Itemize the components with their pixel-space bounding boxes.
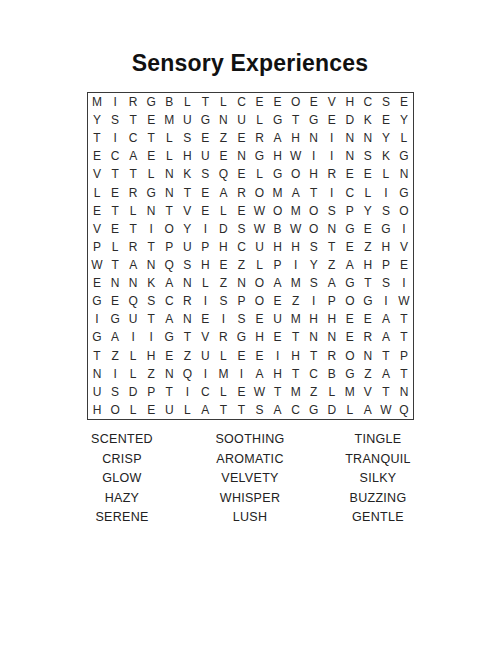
- grid-cell-r17c7[interactable]: C: [196, 383, 214, 401]
- grid-cell-r15c1[interactable]: T: [88, 347, 106, 365]
- grid-cell-r10c12[interactable]: I: [287, 256, 305, 274]
- grid-cell-r4c9[interactable]: N: [232, 147, 250, 165]
- grid-cell-r3c15[interactable]: N: [341, 129, 359, 147]
- grid-cell-r1c17[interactable]: S: [377, 93, 395, 111]
- grid-cell-r15c3[interactable]: L: [124, 347, 142, 365]
- grid-cell-r13c10[interactable]: E: [250, 310, 268, 328]
- grid-cell-r3c10[interactable]: R: [250, 129, 268, 147]
- grid-cell-r12c11[interactable]: E: [269, 292, 287, 310]
- grid-cell-r8c13[interactable]: O: [305, 220, 323, 238]
- grid-cell-r1c2[interactable]: I: [106, 93, 124, 111]
- grid-cell-r16c6[interactable]: Q: [178, 365, 196, 383]
- grid-cell-r4c6[interactable]: H: [178, 147, 196, 165]
- grid-cell-r4c12[interactable]: W: [287, 147, 305, 165]
- grid-cell-r4c16[interactable]: S: [359, 147, 377, 165]
- grid-cell-r15c17[interactable]: T: [377, 347, 395, 365]
- grid-cell-r8c11[interactable]: B: [269, 220, 287, 238]
- grid-cell-r2c13[interactable]: G: [305, 111, 323, 129]
- grid-cell-r17c12[interactable]: M: [287, 383, 305, 401]
- grid-cell-r17c6[interactable]: I: [178, 383, 196, 401]
- grid-cell-r17c14[interactable]: L: [323, 383, 341, 401]
- grid-cell-r1c6[interactable]: L: [178, 93, 196, 111]
- grid-cell-r14c15[interactable]: E: [341, 328, 359, 346]
- grid-cell-r14c12[interactable]: T: [287, 328, 305, 346]
- grid-cell-r11c7[interactable]: L: [196, 274, 214, 292]
- grid-cell-r6c13[interactable]: T: [305, 184, 323, 202]
- grid-cell-r16c8[interactable]: M: [214, 365, 232, 383]
- grid-cell-r18c2[interactable]: O: [106, 401, 124, 419]
- grid-cell-r6c18[interactable]: G: [395, 184, 413, 202]
- grid-cell-r13c9[interactable]: S: [232, 310, 250, 328]
- grid-cell-r11c10[interactable]: O: [250, 274, 268, 292]
- grid-cell-r2c15[interactable]: D: [341, 111, 359, 129]
- grid-cell-r18c5[interactable]: U: [160, 401, 178, 419]
- grid-cell-r11c3[interactable]: N: [124, 274, 142, 292]
- grid-cell-r10c6[interactable]: S: [178, 256, 196, 274]
- grid-cell-r15c10[interactable]: E: [250, 347, 268, 365]
- grid-cell-r2c14[interactable]: E: [323, 111, 341, 129]
- grid-cell-r8c5[interactable]: O: [160, 220, 178, 238]
- grid-cell-r2c11[interactable]: G: [269, 111, 287, 129]
- grid-cell-r13c14[interactable]: H: [323, 310, 341, 328]
- grid-cell-r6c12[interactable]: A: [287, 184, 305, 202]
- grid-cell-r15c2[interactable]: Z: [106, 347, 124, 365]
- grid-cell-r12c4[interactable]: S: [142, 292, 160, 310]
- grid-cell-r3c18[interactable]: L: [395, 129, 413, 147]
- grid-cell-r13c8[interactable]: I: [214, 310, 232, 328]
- grid-cell-r13c2[interactable]: G: [106, 310, 124, 328]
- grid-cell-r11c4[interactable]: K: [142, 274, 160, 292]
- grid-cell-r5c12[interactable]: O: [287, 165, 305, 183]
- grid-cell-r2c6[interactable]: U: [178, 111, 196, 129]
- grid-cell-r4c13[interactable]: I: [305, 147, 323, 165]
- grid-cell-r1c7[interactable]: T: [196, 93, 214, 111]
- grid-cell-r2c3[interactable]: T: [124, 111, 142, 129]
- grid-cell-r6c7[interactable]: E: [196, 184, 214, 202]
- grid-cell-r1c5[interactable]: B: [160, 93, 178, 111]
- grid-cell-r3c1[interactable]: T: [88, 129, 106, 147]
- grid-cell-r5c6[interactable]: K: [178, 165, 196, 183]
- grid-cell-r17c5[interactable]: T: [160, 383, 178, 401]
- grid-cell-r12c14[interactable]: P: [323, 292, 341, 310]
- grid-cell-r14c6[interactable]: T: [178, 328, 196, 346]
- grid-cell-r18c15[interactable]: L: [341, 401, 359, 419]
- grid-cell-r8c17[interactable]: G: [377, 220, 395, 238]
- grid-cell-r9c2[interactable]: L: [106, 238, 124, 256]
- grid-cell-r17c2[interactable]: S: [106, 383, 124, 401]
- grid-cell-r17c11[interactable]: T: [269, 383, 287, 401]
- grid-cell-r8c10[interactable]: W: [250, 220, 268, 238]
- grid-cell-r3c12[interactable]: H: [287, 129, 305, 147]
- grid-cell-r16c11[interactable]: H: [269, 365, 287, 383]
- grid-cell-r11c1[interactable]: E: [88, 274, 106, 292]
- grid-cell-r9c7[interactable]: P: [196, 238, 214, 256]
- grid-cell-r10c7[interactable]: H: [196, 256, 214, 274]
- grid-cell-r16c16[interactable]: Z: [359, 365, 377, 383]
- grid-cell-r18c10[interactable]: S: [250, 401, 268, 419]
- grid-cell-r8c16[interactable]: E: [359, 220, 377, 238]
- grid-cell-r1c10[interactable]: E: [250, 93, 268, 111]
- grid-cell-r14c9[interactable]: G: [232, 328, 250, 346]
- grid-cell-r15c9[interactable]: E: [232, 347, 250, 365]
- grid-cell-r12c1[interactable]: G: [88, 292, 106, 310]
- grid-cell-r6c16[interactable]: L: [359, 184, 377, 202]
- grid-cell-r16c5[interactable]: N: [160, 365, 178, 383]
- grid-cell-r3c2[interactable]: I: [106, 129, 124, 147]
- grid-cell-r4c15[interactable]: N: [341, 147, 359, 165]
- grid-cell-r13c15[interactable]: E: [341, 310, 359, 328]
- grid-cell-r13c5[interactable]: A: [160, 310, 178, 328]
- grid-cell-r9c16[interactable]: Z: [359, 238, 377, 256]
- grid-cell-r17c17[interactable]: T: [377, 383, 395, 401]
- grid-cell-r13c11[interactable]: U: [269, 310, 287, 328]
- grid-cell-r17c9[interactable]: E: [232, 383, 250, 401]
- grid-cell-r3c11[interactable]: A: [269, 129, 287, 147]
- grid-cell-r4c18[interactable]: G: [395, 147, 413, 165]
- grid-cell-r11c12[interactable]: M: [287, 274, 305, 292]
- grid-cell-r3c6[interactable]: S: [178, 129, 196, 147]
- grid-cell-r7c4[interactable]: N: [142, 202, 160, 220]
- grid-cell-r9c3[interactable]: R: [124, 238, 142, 256]
- grid-cell-r6c3[interactable]: R: [124, 184, 142, 202]
- grid-cell-r3c14[interactable]: I: [323, 129, 341, 147]
- grid-cell-r9c9[interactable]: C: [232, 238, 250, 256]
- grid-cell-r18c1[interactable]: H: [88, 401, 106, 419]
- grid-cell-r16c14[interactable]: B: [323, 365, 341, 383]
- grid-cell-r17c4[interactable]: P: [142, 383, 160, 401]
- grid-cell-r7c13[interactable]: O: [305, 202, 323, 220]
- grid-cell-r4c3[interactable]: A: [124, 147, 142, 165]
- grid-cell-r11c6[interactable]: N: [178, 274, 196, 292]
- grid-cell-r7c17[interactable]: S: [377, 202, 395, 220]
- grid-cell-r9c1[interactable]: P: [88, 238, 106, 256]
- grid-cell-r8c15[interactable]: G: [341, 220, 359, 238]
- grid-cell-r12c18[interactable]: W: [395, 292, 413, 310]
- grid-cell-r5c13[interactable]: H: [305, 165, 323, 183]
- grid-cell-r8c1[interactable]: V: [88, 220, 106, 238]
- grid-cell-r14c2[interactable]: A: [106, 328, 124, 346]
- grid-cell-r4c7[interactable]: U: [196, 147, 214, 165]
- grid-cell-r16c17[interactable]: A: [377, 365, 395, 383]
- grid-cell-r14c18[interactable]: T: [395, 328, 413, 346]
- grid-cell-r15c4[interactable]: H: [142, 347, 160, 365]
- grid-cell-r11c11[interactable]: A: [269, 274, 287, 292]
- grid-cell-r5c17[interactable]: L: [377, 165, 395, 183]
- grid-cell-r12c7[interactable]: I: [196, 292, 214, 310]
- grid-cell-r7c8[interactable]: L: [214, 202, 232, 220]
- grid-cell-r1c11[interactable]: E: [269, 93, 287, 111]
- grid-cell-r3c4[interactable]: T: [142, 129, 160, 147]
- grid-cell-r5c2[interactable]: T: [106, 165, 124, 183]
- grid-cell-r9c12[interactable]: H: [287, 238, 305, 256]
- grid-cell-r12c17[interactable]: I: [377, 292, 395, 310]
- grid-cell-r5c18[interactable]: N: [395, 165, 413, 183]
- grid-cell-r8c6[interactable]: Y: [178, 220, 196, 238]
- grid-cell-r16c12[interactable]: T: [287, 365, 305, 383]
- grid-cell-r7c3[interactable]: L: [124, 202, 142, 220]
- grid-cell-r18c12[interactable]: C: [287, 401, 305, 419]
- grid-cell-r15c6[interactable]: Z: [178, 347, 196, 365]
- grid-cell-r9c18[interactable]: V: [395, 238, 413, 256]
- grid-cell-r18c14[interactable]: D: [323, 401, 341, 419]
- grid-cell-r5c5[interactable]: N: [160, 165, 178, 183]
- grid-cell-r7c9[interactable]: E: [232, 202, 250, 220]
- grid-cell-r10c4[interactable]: N: [142, 256, 160, 274]
- grid-cell-r7c2[interactable]: T: [106, 202, 124, 220]
- grid-cell-r8c9[interactable]: S: [232, 220, 250, 238]
- grid-cell-r13c1[interactable]: I: [88, 310, 106, 328]
- grid-cell-r14c8[interactable]: R: [214, 328, 232, 346]
- grid-cell-r2c4[interactable]: E: [142, 111, 160, 129]
- grid-cell-r11c17[interactable]: S: [377, 274, 395, 292]
- grid-cell-r12c5[interactable]: C: [160, 292, 178, 310]
- grid-cell-r9c8[interactable]: H: [214, 238, 232, 256]
- grid-cell-r16c10[interactable]: A: [250, 365, 268, 383]
- grid-cell-r13c17[interactable]: A: [377, 310, 395, 328]
- grid-cell-r18c3[interactable]: L: [124, 401, 142, 419]
- grid-cell-r17c3[interactable]: D: [124, 383, 142, 401]
- grid-cell-r3c7[interactable]: E: [196, 129, 214, 147]
- grid-cell-r8c18[interactable]: I: [395, 220, 413, 238]
- grid-cell-r9c5[interactable]: P: [160, 238, 178, 256]
- grid-cell-r10c17[interactable]: P: [377, 256, 395, 274]
- grid-cell-r18c16[interactable]: A: [359, 401, 377, 419]
- grid-cell-r14c4[interactable]: I: [142, 328, 160, 346]
- grid-cell-r2c18[interactable]: Y: [395, 111, 413, 129]
- grid-cell-r13c13[interactable]: H: [305, 310, 323, 328]
- grid-cell-r15c7[interactable]: U: [196, 347, 214, 365]
- grid-cell-r18c11[interactable]: A: [269, 401, 287, 419]
- grid-cell-r11c18[interactable]: I: [395, 274, 413, 292]
- grid-cell-r1c12[interactable]: O: [287, 93, 305, 111]
- grid-cell-r5c11[interactable]: G: [269, 165, 287, 183]
- grid-cell-r5c7[interactable]: S: [196, 165, 214, 183]
- grid-cell-r18c13[interactable]: G: [305, 401, 323, 419]
- grid-cell-r2c17[interactable]: E: [377, 111, 395, 129]
- grid-cell-r11c15[interactable]: G: [341, 274, 359, 292]
- grid-cell-r10c10[interactable]: L: [250, 256, 268, 274]
- grid-cell-r11c16[interactable]: T: [359, 274, 377, 292]
- grid-cell-r5c16[interactable]: E: [359, 165, 377, 183]
- grid-cell-r7c16[interactable]: Y: [359, 202, 377, 220]
- grid-cell-r14c13[interactable]: N: [305, 328, 323, 346]
- grid-cell-r7c12[interactable]: M: [287, 202, 305, 220]
- grid-cell-r10c14[interactable]: Z: [323, 256, 341, 274]
- grid-cell-r1c13[interactable]: E: [305, 93, 323, 111]
- grid-cell-r18c8[interactable]: T: [214, 401, 232, 419]
- grid-cell-r15c8[interactable]: L: [214, 347, 232, 365]
- grid-cell-r7c18[interactable]: O: [395, 202, 413, 220]
- grid-cell-r14c14[interactable]: N: [323, 328, 341, 346]
- grid-cell-r1c4[interactable]: G: [142, 93, 160, 111]
- grid-cell-r16c13[interactable]: C: [305, 365, 323, 383]
- grid-cell-r16c18[interactable]: T: [395, 365, 413, 383]
- grid-cell-r4c8[interactable]: E: [214, 147, 232, 165]
- grid-cell-r13c18[interactable]: T: [395, 310, 413, 328]
- grid-cell-r11c14[interactable]: A: [323, 274, 341, 292]
- grid-cell-r11c9[interactable]: N: [232, 274, 250, 292]
- grid-cell-r12c16[interactable]: G: [359, 292, 377, 310]
- grid-cell-r16c9[interactable]: I: [232, 365, 250, 383]
- grid-cell-r1c3[interactable]: R: [124, 93, 142, 111]
- grid-cell-r4c17[interactable]: K: [377, 147, 395, 165]
- grid-cell-r3c13[interactable]: N: [305, 129, 323, 147]
- grid-cell-r13c4[interactable]: T: [142, 310, 160, 328]
- grid-cell-r10c18[interactable]: E: [395, 256, 413, 274]
- grid-cell-r2c2[interactable]: S: [106, 111, 124, 129]
- grid-cell-r7c10[interactable]: W: [250, 202, 268, 220]
- grid-cell-r17c18[interactable]: N: [395, 383, 413, 401]
- grid-cell-r7c11[interactable]: O: [269, 202, 287, 220]
- grid-cell-r9c17[interactable]: H: [377, 238, 395, 256]
- grid-cell-r15c14[interactable]: R: [323, 347, 341, 365]
- grid-cell-r8c2[interactable]: E: [106, 220, 124, 238]
- grid-cell-r3c9[interactable]: E: [232, 129, 250, 147]
- grid-cell-r7c1[interactable]: E: [88, 202, 106, 220]
- grid-cell-r12c15[interactable]: O: [341, 292, 359, 310]
- grid-cell-r1c16[interactable]: C: [359, 93, 377, 111]
- grid-cell-r5c15[interactable]: E: [341, 165, 359, 183]
- grid-cell-r11c5[interactable]: A: [160, 274, 178, 292]
- grid-cell-r6c10[interactable]: O: [250, 184, 268, 202]
- grid-cell-r14c5[interactable]: G: [160, 328, 178, 346]
- grid-cell-r10c11[interactable]: P: [269, 256, 287, 274]
- grid-cell-r2c12[interactable]: T: [287, 111, 305, 129]
- grid-cell-r5c4[interactable]: L: [142, 165, 160, 183]
- grid-cell-r16c7[interactable]: I: [196, 365, 214, 383]
- grid-cell-r2c5[interactable]: M: [160, 111, 178, 129]
- grid-cell-r6c17[interactable]: I: [377, 184, 395, 202]
- grid-cell-r18c6[interactable]: L: [178, 401, 196, 419]
- grid-cell-r6c9[interactable]: R: [232, 184, 250, 202]
- grid-cell-r5c1[interactable]: V: [88, 165, 106, 183]
- grid-cell-r9c11[interactable]: H: [269, 238, 287, 256]
- grid-cell-r9c15[interactable]: E: [341, 238, 359, 256]
- grid-cell-r6c8[interactable]: A: [214, 184, 232, 202]
- grid-cell-r5c9[interactable]: E: [232, 165, 250, 183]
- grid-cell-r6c11[interactable]: M: [269, 184, 287, 202]
- grid-cell-r9c13[interactable]: S: [305, 238, 323, 256]
- grid-cell-r7c14[interactable]: S: [323, 202, 341, 220]
- grid-cell-r16c4[interactable]: Z: [142, 365, 160, 383]
- grid-cell-r8c4[interactable]: I: [142, 220, 160, 238]
- grid-cell-r1c15[interactable]: H: [341, 93, 359, 111]
- grid-cell-r15c13[interactable]: T: [305, 347, 323, 365]
- grid-cell-r3c16[interactable]: N: [359, 129, 377, 147]
- grid-cell-r17c1[interactable]: U: [88, 383, 106, 401]
- grid-cell-r6c1[interactable]: L: [88, 184, 106, 202]
- grid-cell-r11c2[interactable]: N: [106, 274, 124, 292]
- grid-cell-r7c5[interactable]: T: [160, 202, 178, 220]
- grid-cell-r14c1[interactable]: G: [88, 328, 106, 346]
- grid-cell-r11c13[interactable]: S: [305, 274, 323, 292]
- grid-cell-r4c4[interactable]: E: [142, 147, 160, 165]
- grid-cell-r3c17[interactable]: Y: [377, 129, 395, 147]
- grid-cell-r13c12[interactable]: M: [287, 310, 305, 328]
- grid-cell-r2c1[interactable]: Y: [88, 111, 106, 129]
- grid-cell-r1c18[interactable]: E: [395, 93, 413, 111]
- grid-cell-r4c11[interactable]: H: [269, 147, 287, 165]
- grid-cell-r5c3[interactable]: T: [124, 165, 142, 183]
- grid-cell-r4c14[interactable]: I: [323, 147, 341, 165]
- grid-cell-r14c11[interactable]: E: [269, 328, 287, 346]
- grid-cell-r11c8[interactable]: Z: [214, 274, 232, 292]
- grid-cell-r1c14[interactable]: V: [323, 93, 341, 111]
- grid-cell-r7c15[interactable]: P: [341, 202, 359, 220]
- grid-cell-r17c15[interactable]: M: [341, 383, 359, 401]
- grid-cell-r10c1[interactable]: W: [88, 256, 106, 274]
- grid-cell-r18c18[interactable]: Q: [395, 401, 413, 419]
- grid-cell-r4c5[interactable]: L: [160, 147, 178, 165]
- grid-cell-r10c3[interactable]: A: [124, 256, 142, 274]
- grid-cell-r13c3[interactable]: U: [124, 310, 142, 328]
- grid-cell-r10c16[interactable]: H: [359, 256, 377, 274]
- grid-cell-r7c7[interactable]: E: [196, 202, 214, 220]
- grid-cell-r14c3[interactable]: I: [124, 328, 142, 346]
- grid-cell-r6c4[interactable]: G: [142, 184, 160, 202]
- grid-cell-r4c2[interactable]: C: [106, 147, 124, 165]
- grid-cell-r10c13[interactable]: Y: [305, 256, 323, 274]
- grid-cell-r5c8[interactable]: Q: [214, 165, 232, 183]
- grid-cell-r2c7[interactable]: G: [196, 111, 214, 129]
- grid-cell-r4c10[interactable]: G: [250, 147, 268, 165]
- grid-cell-r9c14[interactable]: T: [323, 238, 341, 256]
- grid-cell-r6c15[interactable]: C: [341, 184, 359, 202]
- grid-cell-r6c2[interactable]: E: [106, 184, 124, 202]
- grid-cell-r18c7[interactable]: A: [196, 401, 214, 419]
- grid-cell-r12c2[interactable]: E: [106, 292, 124, 310]
- grid-cell-r3c8[interactable]: Z: [214, 129, 232, 147]
- grid-cell-r3c5[interactable]: L: [160, 129, 178, 147]
- grid-cell-r6c5[interactable]: N: [160, 184, 178, 202]
- grid-cell-r12c6[interactable]: R: [178, 292, 196, 310]
- grid-cell-r2c16[interactable]: K: [359, 111, 377, 129]
- grid-cell-r12c8[interactable]: S: [214, 292, 232, 310]
- grid-cell-r12c3[interactable]: Q: [124, 292, 142, 310]
- grid-cell-r18c17[interactable]: W: [377, 401, 395, 419]
- grid-cell-r10c5[interactable]: Q: [160, 256, 178, 274]
- grid-cell-r14c7[interactable]: V: [196, 328, 214, 346]
- grid-cell-r16c3[interactable]: L: [124, 365, 142, 383]
- grid-cell-r6c14[interactable]: I: [323, 184, 341, 202]
- grid-cell-r17c8[interactable]: L: [214, 383, 232, 401]
- grid-cell-r15c5[interactable]: E: [160, 347, 178, 365]
- grid-cell-r1c9[interactable]: C: [232, 93, 250, 111]
- grid-cell-r8c14[interactable]: N: [323, 220, 341, 238]
- grid-cell-r15c15[interactable]: O: [341, 347, 359, 365]
- grid-cell-r8c7[interactable]: I: [196, 220, 214, 238]
- grid-cell-r13c6[interactable]: N: [178, 310, 196, 328]
- grid-cell-r16c15[interactable]: G: [341, 365, 359, 383]
- grid-cell-r15c12[interactable]: H: [287, 347, 305, 365]
- grid-cell-r10c15[interactable]: A: [341, 256, 359, 274]
- grid-cell-r8c8[interactable]: D: [214, 220, 232, 238]
- grid-cell-r3c3[interactable]: C: [124, 129, 142, 147]
- grid-cell-r2c10[interactable]: L: [250, 111, 268, 129]
- grid-cell-r12c12[interactable]: Z: [287, 292, 305, 310]
- grid-cell-r9c6[interactable]: U: [178, 238, 196, 256]
- grid-cell-r14c17[interactable]: A: [377, 328, 395, 346]
- grid-cell-r2c8[interactable]: N: [214, 111, 232, 129]
- grid-cell-r18c4[interactable]: E: [142, 401, 160, 419]
- grid-cell-r1c8[interactable]: L: [214, 93, 232, 111]
- grid-cell-r12c13[interactable]: I: [305, 292, 323, 310]
- grid-cell-r1c1[interactable]: M: [88, 93, 106, 111]
- grid-cell-r5c14[interactable]: R: [323, 165, 341, 183]
- grid-cell-r13c16[interactable]: E: [359, 310, 377, 328]
- grid-cell-r9c10[interactable]: U: [250, 238, 268, 256]
- grid-cell-r15c11[interactable]: I: [269, 347, 287, 365]
